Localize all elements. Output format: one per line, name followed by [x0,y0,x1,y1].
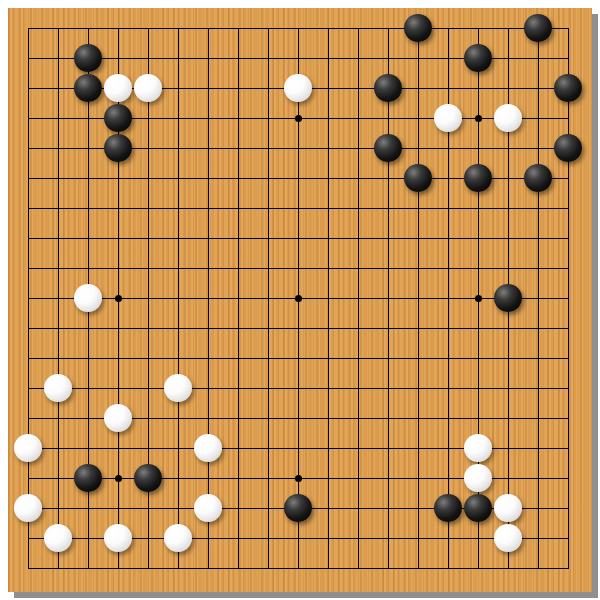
intersection-L7[interactable] [313,373,343,403]
intersection-G6[interactable] [193,403,223,433]
intersection-Q7[interactable] [463,373,493,403]
intersection-J1[interactable] [253,553,283,583]
intersection-B3[interactable] [43,493,73,523]
intersection-A4[interactable] [13,463,43,493]
intersection-C10[interactable] [73,283,103,313]
intersection-M10[interactable] [343,283,373,313]
intersection-P17[interactable] [433,73,463,103]
intersection-P3[interactable] [433,493,463,523]
intersection-H4[interactable] [223,463,253,493]
intersection-H17[interactable] [223,73,253,103]
intersection-N10[interactable] [373,283,403,313]
intersection-R12[interactable] [493,223,523,253]
intersection-S8[interactable] [523,343,553,373]
intersection-E14[interactable] [133,163,163,193]
intersection-S17[interactable] [523,73,553,103]
intersection-O4[interactable] [403,463,433,493]
intersection-D16[interactable] [103,103,133,133]
intersection-L12[interactable] [313,223,343,253]
intersection-B15[interactable] [43,133,73,163]
intersection-C14[interactable] [73,163,103,193]
intersection-H19[interactable] [223,13,253,43]
intersection-L8[interactable] [313,343,343,373]
intersection-P6[interactable] [433,403,463,433]
intersection-P15[interactable] [433,133,463,163]
intersection-C8[interactable] [73,343,103,373]
intersection-G14[interactable] [193,163,223,193]
intersection-G3[interactable] [193,493,223,523]
intersection-C6[interactable] [73,403,103,433]
intersection-J16[interactable] [253,103,283,133]
intersection-M18[interactable] [343,43,373,73]
intersection-R3[interactable] [493,493,523,523]
intersection-B17[interactable] [43,73,73,103]
intersection-D11[interactable] [103,253,133,283]
intersection-P14[interactable] [433,163,463,193]
intersection-F12[interactable] [163,223,193,253]
intersection-R5[interactable] [493,433,523,463]
intersection-G10[interactable] [193,283,223,313]
intersection-A17[interactable] [13,73,43,103]
intersection-N2[interactable] [373,523,403,553]
intersection-D4[interactable] [103,463,133,493]
intersection-E19[interactable] [133,13,163,43]
intersection-B8[interactable] [43,343,73,373]
intersection-M14[interactable] [343,163,373,193]
intersection-K2[interactable] [283,523,313,553]
intersection-A7[interactable] [13,373,43,403]
intersection-M7[interactable] [343,373,373,403]
intersection-M9[interactable] [343,313,373,343]
intersection-C4[interactable] [73,463,103,493]
intersection-O12[interactable] [403,223,433,253]
intersection-H12[interactable] [223,223,253,253]
intersection-O1[interactable] [403,553,433,583]
intersection-S4[interactable] [523,463,553,493]
intersection-G5[interactable] [193,433,223,463]
intersection-E15[interactable] [133,133,163,163]
intersection-T8[interactable] [553,343,583,373]
intersection-K19[interactable] [283,13,313,43]
intersection-L16[interactable] [313,103,343,133]
intersection-G12[interactable] [193,223,223,253]
intersection-T16[interactable] [553,103,583,133]
intersection-R6[interactable] [493,403,523,433]
intersection-Q16[interactable] [463,103,493,133]
intersection-T6[interactable] [553,403,583,433]
intersection-E1[interactable] [133,553,163,583]
intersection-H11[interactable] [223,253,253,283]
intersection-P12[interactable] [433,223,463,253]
intersection-E7[interactable] [133,373,163,403]
intersection-N5[interactable] [373,433,403,463]
intersection-C7[interactable] [73,373,103,403]
intersection-R15[interactable] [493,133,523,163]
intersection-M12[interactable] [343,223,373,253]
intersection-M2[interactable] [343,523,373,553]
intersection-S1[interactable] [523,553,553,583]
intersection-F14[interactable] [163,163,193,193]
intersection-E8[interactable] [133,343,163,373]
intersection-J4[interactable] [253,463,283,493]
intersection-S14[interactable] [523,163,553,193]
intersection-E17[interactable] [133,73,163,103]
intersection-M13[interactable] [343,193,373,223]
intersection-N1[interactable] [373,553,403,583]
intersection-G8[interactable] [193,343,223,373]
intersection-L3[interactable] [313,493,343,523]
intersection-H16[interactable] [223,103,253,133]
intersection-R1[interactable] [493,553,523,583]
intersection-P8[interactable] [433,343,463,373]
intersection-F3[interactable] [163,493,193,523]
intersection-T17[interactable] [553,73,583,103]
intersection-B12[interactable] [43,223,73,253]
intersection-J2[interactable] [253,523,283,553]
intersection-K8[interactable] [283,343,313,373]
intersection-T1[interactable] [553,553,583,583]
intersection-B1[interactable] [43,553,73,583]
intersection-J19[interactable] [253,13,283,43]
intersection-J18[interactable] [253,43,283,73]
intersection-S13[interactable] [523,193,553,223]
intersection-T19[interactable] [553,13,583,43]
intersection-E3[interactable] [133,493,163,523]
intersection-K15[interactable] [283,133,313,163]
intersection-K18[interactable] [283,43,313,73]
intersection-J14[interactable] [253,163,283,193]
intersection-P1[interactable] [433,553,463,583]
intersection-D13[interactable] [103,193,133,223]
intersection-O8[interactable] [403,343,433,373]
intersection-C1[interactable] [73,553,103,583]
intersection-S18[interactable] [523,43,553,73]
intersection-T10[interactable] [553,283,583,313]
intersection-T7[interactable] [553,373,583,403]
intersection-Q8[interactable] [463,343,493,373]
intersection-Q10[interactable] [463,283,493,313]
intersection-J10[interactable] [253,283,283,313]
intersection-H8[interactable] [223,343,253,373]
intersection-E18[interactable] [133,43,163,73]
intersection-L6[interactable] [313,403,343,433]
intersection-E2[interactable] [133,523,163,553]
intersection-P2[interactable] [433,523,463,553]
intersection-D8[interactable] [103,343,133,373]
intersection-A12[interactable] [13,223,43,253]
intersection-R10[interactable] [493,283,523,313]
intersection-E11[interactable] [133,253,163,283]
intersection-T9[interactable] [553,313,583,343]
intersection-B6[interactable] [43,403,73,433]
intersection-C5[interactable] [73,433,103,463]
intersection-A14[interactable] [13,163,43,193]
intersection-O16[interactable] [403,103,433,133]
intersection-N11[interactable] [373,253,403,283]
intersection-P18[interactable] [433,43,463,73]
intersection-G2[interactable] [193,523,223,553]
intersection-S11[interactable] [523,253,553,283]
intersection-P5[interactable] [433,433,463,463]
intersection-O6[interactable] [403,403,433,433]
intersection-F1[interactable] [163,553,193,583]
intersection-N17[interactable] [373,73,403,103]
intersection-B18[interactable] [43,43,73,73]
intersection-A3[interactable] [13,493,43,523]
intersection-L2[interactable] [313,523,343,553]
intersection-D19[interactable] [103,13,133,43]
intersection-G11[interactable] [193,253,223,283]
intersection-F7[interactable] [163,373,193,403]
intersection-M5[interactable] [343,433,373,463]
intersection-Q18[interactable] [463,43,493,73]
intersection-A1[interactable] [13,553,43,583]
intersection-A5[interactable] [13,433,43,463]
intersection-R18[interactable] [493,43,523,73]
intersection-D7[interactable] [103,373,133,403]
intersection-Q19[interactable] [463,13,493,43]
intersection-O3[interactable] [403,493,433,523]
intersection-H5[interactable] [223,433,253,463]
intersection-P7[interactable] [433,373,463,403]
intersection-S15[interactable] [523,133,553,163]
intersection-C19[interactable] [73,13,103,43]
intersection-G1[interactable] [193,553,223,583]
intersection-N4[interactable] [373,463,403,493]
intersection-A9[interactable] [13,313,43,343]
intersection-T4[interactable] [553,463,583,493]
intersection-S9[interactable] [523,313,553,343]
intersection-P13[interactable] [433,193,463,223]
intersection-L10[interactable] [313,283,343,313]
intersection-O10[interactable] [403,283,433,313]
intersection-K5[interactable] [283,433,313,463]
intersection-T3[interactable] [553,493,583,523]
intersection-R13[interactable] [493,193,523,223]
intersection-A15[interactable] [13,133,43,163]
intersection-A2[interactable] [13,523,43,553]
intersection-F18[interactable] [163,43,193,73]
intersection-B16[interactable] [43,103,73,133]
intersection-S6[interactable] [523,403,553,433]
intersection-O14[interactable] [403,163,433,193]
intersection-G7[interactable] [193,373,223,403]
intersection-O15[interactable] [403,133,433,163]
intersection-D12[interactable] [103,223,133,253]
intersection-O19[interactable] [403,13,433,43]
intersection-E13[interactable] [133,193,163,223]
intersection-T14[interactable] [553,163,583,193]
intersection-L9[interactable] [313,313,343,343]
intersection-Q13[interactable] [463,193,493,223]
intersection-K11[interactable] [283,253,313,283]
intersection-A18[interactable] [13,43,43,73]
intersection-K9[interactable] [283,313,313,343]
intersection-S10[interactable] [523,283,553,313]
intersection-D5[interactable] [103,433,133,463]
intersection-H13[interactable] [223,193,253,223]
intersection-J17[interactable] [253,73,283,103]
intersection-F10[interactable] [163,283,193,313]
intersection-F11[interactable] [163,253,193,283]
intersection-D14[interactable] [103,163,133,193]
intersection-K6[interactable] [283,403,313,433]
intersection-S19[interactable] [523,13,553,43]
intersection-T13[interactable] [553,193,583,223]
intersection-G17[interactable] [193,73,223,103]
intersection-N7[interactable] [373,373,403,403]
intersection-K10[interactable] [283,283,313,313]
intersection-H18[interactable] [223,43,253,73]
intersection-R8[interactable] [493,343,523,373]
intersection-T15[interactable] [553,133,583,163]
intersection-P9[interactable] [433,313,463,343]
intersection-K12[interactable] [283,223,313,253]
intersection-L11[interactable] [313,253,343,283]
intersection-L19[interactable] [313,13,343,43]
intersection-B19[interactable] [43,13,73,43]
intersection-B4[interactable] [43,463,73,493]
intersection-Q3[interactable] [463,493,493,523]
intersection-R4[interactable] [493,463,523,493]
intersection-B9[interactable] [43,313,73,343]
intersection-R2[interactable] [493,523,523,553]
intersection-E6[interactable] [133,403,163,433]
intersection-H14[interactable] [223,163,253,193]
intersection-Q9[interactable] [463,313,493,343]
intersection-A8[interactable] [13,343,43,373]
intersection-F4[interactable] [163,463,193,493]
intersection-F17[interactable] [163,73,193,103]
intersection-A19[interactable] [13,13,43,43]
intersection-J13[interactable] [253,193,283,223]
intersection-R19[interactable] [493,13,523,43]
intersection-D1[interactable] [103,553,133,583]
intersection-K7[interactable] [283,373,313,403]
intersection-N3[interactable] [373,493,403,523]
intersection-M1[interactable] [343,553,373,583]
intersection-K13[interactable] [283,193,313,223]
intersection-O13[interactable] [403,193,433,223]
intersection-M16[interactable] [343,103,373,133]
intersection-F6[interactable] [163,403,193,433]
intersection-P10[interactable] [433,283,463,313]
intersection-N12[interactable] [373,223,403,253]
intersection-J15[interactable] [253,133,283,163]
intersection-E10[interactable] [133,283,163,313]
intersection-Q2[interactable] [463,523,493,553]
intersection-N8[interactable] [373,343,403,373]
intersection-Q11[interactable] [463,253,493,283]
intersection-F2[interactable] [163,523,193,553]
intersection-L17[interactable] [313,73,343,103]
intersection-O18[interactable] [403,43,433,73]
intersection-D6[interactable] [103,403,133,433]
intersection-J12[interactable] [253,223,283,253]
intersection-G9[interactable] [193,313,223,343]
intersection-Q5[interactable] [463,433,493,463]
intersection-K3[interactable] [283,493,313,523]
intersection-H7[interactable] [223,373,253,403]
intersection-Q15[interactable] [463,133,493,163]
intersection-S16[interactable] [523,103,553,133]
intersection-C15[interactable] [73,133,103,163]
intersection-E16[interactable] [133,103,163,133]
intersection-L15[interactable] [313,133,343,163]
intersection-E5[interactable] [133,433,163,463]
intersection-N13[interactable] [373,193,403,223]
intersection-B7[interactable] [43,373,73,403]
intersection-A10[interactable] [13,283,43,313]
intersection-N19[interactable] [373,13,403,43]
intersection-K17[interactable] [283,73,313,103]
intersection-R7[interactable] [493,373,523,403]
intersection-M17[interactable] [343,73,373,103]
intersection-S3[interactable] [523,493,553,523]
intersection-F13[interactable] [163,193,193,223]
intersection-D9[interactable] [103,313,133,343]
intersection-C2[interactable] [73,523,103,553]
intersection-N9[interactable] [373,313,403,343]
intersection-M6[interactable] [343,403,373,433]
intersection-B13[interactable] [43,193,73,223]
intersection-K14[interactable] [283,163,313,193]
intersection-L1[interactable] [313,553,343,583]
intersection-E9[interactable] [133,313,163,343]
intersection-E12[interactable] [133,223,163,253]
intersection-A13[interactable] [13,193,43,223]
intersection-H3[interactable] [223,493,253,523]
intersection-J3[interactable] [253,493,283,523]
intersection-R17[interactable] [493,73,523,103]
intersection-G18[interactable] [193,43,223,73]
intersection-Q14[interactable] [463,163,493,193]
intersection-N18[interactable] [373,43,403,73]
intersection-P19[interactable] [433,13,463,43]
intersection-K4[interactable] [283,463,313,493]
intersection-R14[interactable] [493,163,523,193]
intersection-S5[interactable] [523,433,553,463]
intersection-D17[interactable] [103,73,133,103]
intersection-T5[interactable] [553,433,583,463]
intersection-G13[interactable] [193,193,223,223]
intersection-F9[interactable] [163,313,193,343]
intersection-O5[interactable] [403,433,433,463]
intersection-L13[interactable] [313,193,343,223]
intersection-J11[interactable] [253,253,283,283]
intersection-N14[interactable] [373,163,403,193]
intersection-T2[interactable] [553,523,583,553]
intersection-L18[interactable] [313,43,343,73]
intersection-D2[interactable] [103,523,133,553]
intersection-H15[interactable] [223,133,253,163]
intersection-A16[interactable] [13,103,43,133]
intersection-L5[interactable] [313,433,343,463]
intersection-R16[interactable] [493,103,523,133]
intersection-C3[interactable] [73,493,103,523]
intersection-H1[interactable] [223,553,253,583]
intersection-N6[interactable] [373,403,403,433]
intersection-J5[interactable] [253,433,283,463]
intersection-D10[interactable] [103,283,133,313]
intersection-E4[interactable] [133,463,163,493]
intersection-C11[interactable] [73,253,103,283]
intersection-F5[interactable] [163,433,193,463]
intersection-T11[interactable] [553,253,583,283]
intersection-F15[interactable] [163,133,193,163]
intersection-S2[interactable] [523,523,553,553]
intersection-M3[interactable] [343,493,373,523]
